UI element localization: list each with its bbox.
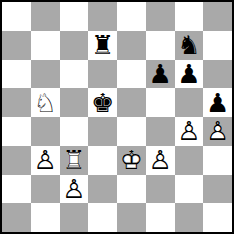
square-c3[interactable]: ♜♖ (60, 146, 89, 175)
square-d1[interactable] (88, 203, 117, 232)
square-d4[interactable] (88, 117, 117, 146)
square-a8[interactable] (2, 2, 31, 31)
square-g3[interactable] (175, 146, 204, 175)
square-f7[interactable] (146, 31, 175, 60)
square-c7[interactable] (60, 31, 89, 60)
square-g4[interactable]: ♟♙ (175, 117, 204, 146)
square-f1[interactable] (146, 203, 175, 232)
square-b6[interactable] (31, 60, 60, 89)
white-king: ♚♔ (117, 146, 146, 175)
white-pawn: ♟♙ (31, 146, 60, 175)
square-h2[interactable] (203, 175, 232, 204)
square-g8[interactable] (175, 2, 204, 31)
square-e7[interactable] (117, 31, 146, 60)
square-e4[interactable] (117, 117, 146, 146)
black-rook: ♜ (88, 31, 117, 60)
square-d8[interactable] (88, 2, 117, 31)
square-a7[interactable] (2, 31, 31, 60)
white-pawn: ♟♙ (203, 117, 232, 146)
square-e8[interactable] (117, 2, 146, 31)
square-h7[interactable] (203, 31, 232, 60)
square-b4[interactable] (31, 117, 60, 146)
square-h8[interactable] (203, 2, 232, 31)
square-c5[interactable] (60, 88, 89, 117)
square-b7[interactable] (31, 31, 60, 60)
chess-board: ♜♞♟♟♞♘♚♟♟♙♟♙♟♙♜♖♚♔♟♙♟♙ (0, 0, 234, 234)
square-g5[interactable] (175, 88, 204, 117)
square-b1[interactable] (31, 203, 60, 232)
square-d6[interactable] (88, 60, 117, 89)
black-knight: ♞ (175, 31, 204, 60)
square-h5[interactable]: ♟ (203, 88, 232, 117)
black-king: ♚ (88, 88, 117, 117)
white-pawn: ♟♙ (60, 175, 89, 204)
square-d7[interactable]: ♜ (88, 31, 117, 60)
white-pawn: ♟♙ (146, 146, 175, 175)
square-h1[interactable] (203, 203, 232, 232)
square-a1[interactable] (2, 203, 31, 232)
black-pawn: ♟ (146, 60, 175, 89)
square-e5[interactable] (117, 88, 146, 117)
square-f8[interactable] (146, 2, 175, 31)
square-e6[interactable] (117, 60, 146, 89)
square-a4[interactable] (2, 117, 31, 146)
square-f5[interactable] (146, 88, 175, 117)
square-g2[interactable] (175, 175, 204, 204)
square-f2[interactable] (146, 175, 175, 204)
square-a3[interactable] (2, 146, 31, 175)
square-h6[interactable] (203, 60, 232, 89)
black-pawn: ♟ (203, 88, 232, 117)
square-a6[interactable] (2, 60, 31, 89)
white-pawn: ♟♙ (175, 117, 204, 146)
square-e2[interactable] (117, 175, 146, 204)
square-a2[interactable] (2, 175, 31, 204)
square-f3[interactable]: ♟♙ (146, 146, 175, 175)
square-b5[interactable]: ♞♘ (31, 88, 60, 117)
square-f4[interactable] (146, 117, 175, 146)
square-g7[interactable]: ♞ (175, 31, 204, 60)
square-e1[interactable] (117, 203, 146, 232)
square-h4[interactable]: ♟♙ (203, 117, 232, 146)
chess-diagram: ♜♞♟♟♞♘♚♟♟♙♟♙♟♙♜♖♚♔♟♙♟♙ (0, 0, 234, 234)
square-a5[interactable] (2, 88, 31, 117)
white-knight: ♞♘ (31, 88, 60, 117)
square-d2[interactable] (88, 175, 117, 204)
square-f6[interactable]: ♟ (146, 60, 175, 89)
square-c6[interactable] (60, 60, 89, 89)
square-b2[interactable] (31, 175, 60, 204)
square-b3[interactable]: ♟♙ (31, 146, 60, 175)
square-d5[interactable]: ♚ (88, 88, 117, 117)
square-c8[interactable] (60, 2, 89, 31)
square-b8[interactable] (31, 2, 60, 31)
square-g6[interactable]: ♟ (175, 60, 204, 89)
square-d3[interactable] (88, 146, 117, 175)
black-pawn: ♟ (175, 60, 204, 89)
square-g1[interactable] (175, 203, 204, 232)
square-c2[interactable]: ♟♙ (60, 175, 89, 204)
square-c4[interactable] (60, 117, 89, 146)
square-e3[interactable]: ♚♔ (117, 146, 146, 175)
square-h3[interactable] (203, 146, 232, 175)
white-rook: ♜♖ (60, 146, 89, 175)
square-c1[interactable] (60, 203, 89, 232)
